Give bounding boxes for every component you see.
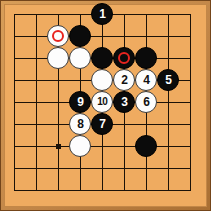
grid-vline [190,14,192,192]
white-stone[interactable] [69,47,91,69]
white-stone[interactable] [69,135,91,157]
move-number: 5 [165,74,171,86]
white-stone-move-4[interactable]: 4 [135,69,157,91]
move-number: 2 [121,74,127,86]
move-number: 6 [143,96,149,108]
move-number: 1 [99,8,105,20]
go-board-grid-area[interactable]: 12459103687 [4,4,207,207]
white-stone-move-8[interactable]: 8 [69,113,91,135]
black-stone-move-5[interactable]: 5 [157,69,179,91]
grid-hline [14,190,192,192]
move-number: 9 [77,96,83,108]
black-stone[interactable] [91,47,113,69]
grid-hline [14,146,192,148]
go-board: 12459103687 [0,0,211,211]
move-number: 4 [143,74,149,86]
move-number: 10 [97,97,107,107]
move-number: 3 [121,96,127,108]
white-stone-move-6[interactable]: 6 [135,91,157,113]
black-stone[interactable] [135,47,157,69]
black-stone-move-1[interactable]: 1 [91,3,113,25]
grid-hline [14,168,192,170]
circle-mark [118,52,130,64]
move-number: 8 [77,118,83,130]
white-stone[interactable] [47,47,69,69]
black-stone[interactable] [69,25,91,47]
black-stone-move-9[interactable]: 9 [69,91,91,113]
white-stone-move-2[interactable]: 2 [113,69,135,91]
black-stone[interactable] [113,47,135,69]
star-point [56,144,61,149]
black-stone[interactable] [135,135,157,157]
screenshot: 12459103687 [0,0,211,211]
white-stone[interactable] [47,25,69,47]
black-stone-move-3[interactable]: 3 [113,91,135,113]
circle-mark [52,30,64,42]
black-stone-move-7[interactable]: 7 [91,113,113,135]
move-number: 7 [99,118,105,130]
grid-vline [168,14,170,192]
white-stone-move-10[interactable]: 10 [91,91,113,113]
white-stone[interactable] [91,69,113,91]
